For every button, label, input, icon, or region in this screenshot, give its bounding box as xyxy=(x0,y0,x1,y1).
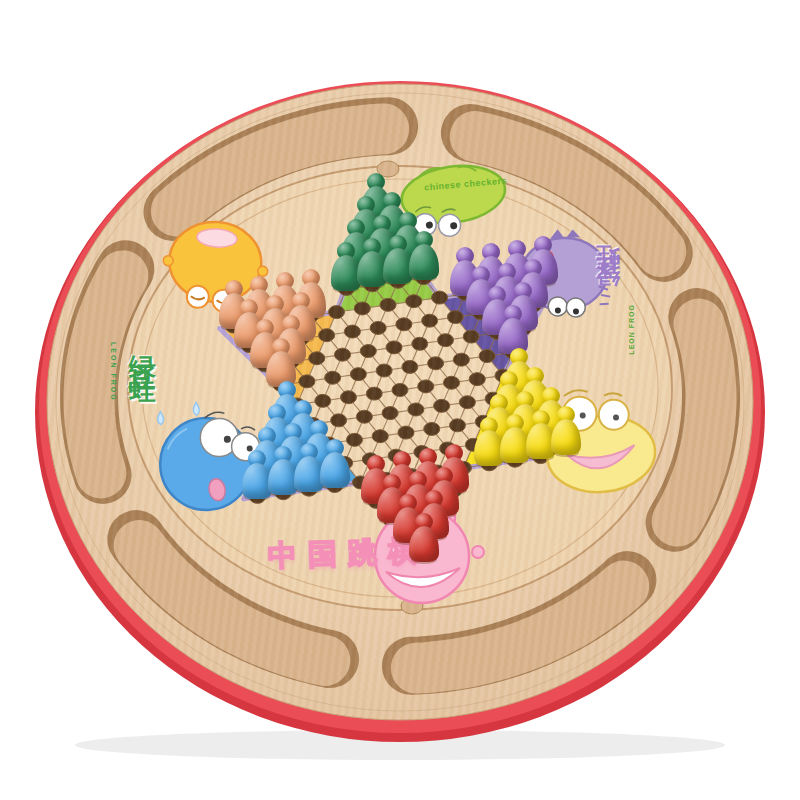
hole[interactable] xyxy=(469,373,485,386)
hole[interactable] xyxy=(463,330,479,343)
hole[interactable] xyxy=(418,380,434,393)
hole[interactable] xyxy=(386,341,402,354)
hole[interactable] xyxy=(434,399,450,412)
peg-green[interactable] xyxy=(409,231,439,281)
hole[interactable] xyxy=(325,371,341,384)
hole[interactable] xyxy=(392,384,408,397)
chinese-checkers-board-photo: 绿豆蛙 LEON FROG 绿豆蛙 LEON FROG 中国跳棋 chinese… xyxy=(0,0,800,800)
hole[interactable] xyxy=(438,334,454,347)
hole[interactable] xyxy=(412,337,428,350)
brand-text-right: 绿豆蛙 xyxy=(592,282,624,306)
hole[interactable] xyxy=(354,302,370,315)
hole[interactable] xyxy=(335,348,351,361)
hole[interactable] xyxy=(453,353,469,366)
hole[interactable] xyxy=(479,350,495,363)
hole[interactable] xyxy=(350,368,366,381)
hole[interactable] xyxy=(341,391,357,404)
hole[interactable] xyxy=(344,325,360,338)
hole[interactable] xyxy=(408,403,424,416)
brand-subtext-left: LEON FROG xyxy=(110,342,117,402)
hole[interactable] xyxy=(447,311,463,324)
hole[interactable] xyxy=(406,295,422,308)
hole[interactable] xyxy=(370,321,386,334)
hole[interactable] xyxy=(356,410,372,423)
hole[interactable] xyxy=(309,352,325,365)
hole[interactable] xyxy=(396,318,412,331)
peg-yellow[interactable] xyxy=(551,406,581,456)
hole[interactable] xyxy=(398,426,414,439)
hole[interactable] xyxy=(329,306,345,319)
hole[interactable] xyxy=(443,376,459,389)
hole[interactable] xyxy=(360,345,376,358)
peg-blue[interactable] xyxy=(320,439,350,489)
hole[interactable] xyxy=(380,298,396,311)
peg-red[interactable] xyxy=(409,513,439,563)
hole[interactable] xyxy=(366,387,382,400)
brand-text-left: 绿豆蛙 xyxy=(124,334,160,364)
hole[interactable] xyxy=(402,360,418,373)
hole[interactable] xyxy=(428,357,444,370)
hole[interactable] xyxy=(372,430,388,443)
hole[interactable] xyxy=(424,422,440,435)
hole[interactable] xyxy=(422,314,438,327)
hole[interactable] xyxy=(319,329,335,342)
hole[interactable] xyxy=(459,396,475,409)
game-board xyxy=(0,0,800,800)
hole[interactable] xyxy=(376,364,392,377)
hole[interactable] xyxy=(432,291,448,304)
brand-subtext-right: LEON FROG xyxy=(628,304,635,355)
finger-notch-bottom xyxy=(401,598,423,614)
hole[interactable] xyxy=(449,419,465,432)
hole[interactable] xyxy=(382,407,398,420)
